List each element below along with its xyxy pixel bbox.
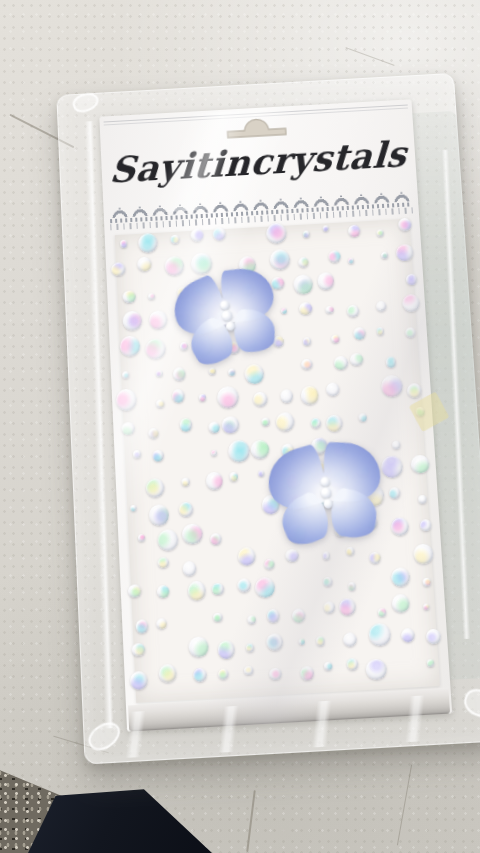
crystal-sticker	[228, 439, 251, 462]
crystal-sticker	[299, 302, 313, 316]
crystal-sticker	[323, 577, 332, 587]
crystal-sticker	[317, 272, 335, 290]
euro-slot-hang-hole	[224, 115, 289, 141]
crystal-sticker	[156, 618, 167, 629]
crystal-sticker	[149, 310, 168, 329]
crystal-sticker	[381, 455, 404, 478]
crystal-sticker	[266, 633, 284, 651]
crystal-sticker	[159, 664, 178, 683]
crystal-sticker	[145, 338, 166, 360]
crystal-sticker	[300, 666, 314, 680]
butterfly-sticker	[263, 439, 389, 547]
crystal-sticker	[413, 543, 434, 564]
crystal-sticker	[280, 389, 293, 403]
crystal-sticker	[405, 327, 416, 338]
crystal-sticker	[343, 632, 357, 647]
crystal-sticker	[348, 582, 356, 591]
crystal-sticker	[138, 533, 146, 541]
crystal-sticker	[392, 441, 401, 450]
wrap-crinkle-tuft	[70, 89, 101, 115]
crystal-sticker	[376, 327, 384, 335]
crystal-sticker	[130, 671, 149, 691]
crystal-sticker	[331, 334, 340, 343]
crystal-sticker	[172, 389, 186, 403]
crystal-sticker	[179, 418, 193, 432]
crystal-sticker	[182, 478, 191, 487]
crystal-sticker	[145, 477, 165, 497]
crystal-sticker	[157, 585, 170, 599]
crystal-sticker	[208, 421, 220, 433]
plastic-wrap: Sayitincrystals	[56, 73, 480, 765]
crystal-sticker	[115, 388, 137, 411]
crystal-sticker-package: Sayitincrystals	[56, 73, 480, 765]
crystal-sticker	[253, 391, 268, 406]
crystal-sticker	[173, 367, 186, 381]
butterfly-wing	[234, 309, 275, 352]
crystal-sticker	[353, 327, 366, 340]
crystal-sticker	[303, 337, 311, 345]
crystal-sticker	[391, 517, 409, 536]
crystal-sticker	[381, 252, 389, 260]
crystal-sticker	[381, 375, 404, 398]
brand-title: Sayitincrystals	[100, 132, 416, 191]
crystal-sticker	[348, 257, 355, 264]
crystal-sticker	[326, 305, 334, 313]
crystal-sticker	[120, 335, 141, 357]
crystal-sticker	[286, 548, 300, 562]
crystal-sticker	[378, 608, 387, 617]
crystal-sticker	[217, 386, 239, 409]
crystal-sticker	[111, 262, 125, 276]
crystal-sticker	[316, 636, 326, 646]
crystal-sticker	[311, 417, 322, 428]
crystal-sticker	[419, 519, 432, 532]
crystal-sticker	[391, 594, 410, 614]
crystal-sticker	[238, 547, 257, 566]
crystal-sticker	[422, 578, 431, 587]
crystal-sticker	[280, 307, 287, 314]
crystal-sticker	[122, 371, 130, 379]
butterfly-wing	[328, 487, 379, 541]
crystal-sticker	[298, 257, 309, 268]
crystal-sticker	[328, 250, 341, 263]
crystal-sticker	[123, 290, 136, 303]
crystal-sticker	[264, 559, 275, 570]
crystal-sticker	[338, 597, 356, 615]
crystal-sticker	[396, 244, 414, 262]
crystal-sticker	[386, 357, 397, 368]
crystal-sticker	[323, 602, 335, 615]
crystal-sticker	[326, 383, 340, 397]
crystal-sticker	[157, 529, 179, 552]
crystal-sticker	[212, 226, 226, 240]
wrap-crinkle-tuft	[84, 716, 125, 756]
crystal-sticker	[171, 235, 180, 244]
crystal-sticker	[148, 293, 155, 300]
crystal-sticker	[275, 412, 295, 432]
crystal-sticker	[346, 547, 354, 555]
crystal-sticker	[298, 639, 305, 646]
crystal-sticker	[130, 504, 137, 511]
crystal-sticker	[323, 225, 330, 232]
crystal-sticker	[427, 660, 435, 668]
crystal-sticker	[157, 557, 168, 569]
crystal-sticker	[191, 253, 213, 276]
crystal-sticker	[398, 218, 412, 232]
crystal-sticker	[267, 609, 281, 623]
crystal-sticker	[217, 640, 235, 659]
crystal-sticker	[244, 364, 265, 385]
crystal-sticker	[376, 229, 384, 237]
crystal-sticker	[375, 301, 386, 312]
crystal-sticker	[322, 551, 330, 560]
crystal-sticker	[182, 561, 197, 576]
crystal-sticker	[350, 353, 364, 367]
crystal-sticker	[405, 274, 417, 286]
crystal-sticker	[293, 274, 313, 295]
crystal-sticker	[153, 450, 164, 462]
crystal-sticker	[244, 666, 254, 676]
crystal-sticker	[164, 256, 184, 276]
crystal-sticker	[133, 450, 142, 459]
crystal-sticker	[269, 667, 282, 680]
crystal-sticker	[128, 584, 141, 598]
crystal-sticker	[222, 416, 240, 434]
crystal-sticker	[426, 629, 441, 645]
crystal-sticker	[156, 370, 163, 377]
crystal-sticker	[211, 583, 224, 596]
crystal-sticker	[182, 523, 203, 545]
crystal-sticker	[323, 661, 333, 671]
crystal-sticker	[300, 386, 319, 405]
crystal-sticker	[326, 414, 343, 432]
crystal-sticker	[270, 249, 291, 270]
crystal-sticker	[132, 643, 146, 657]
crystal-sticker	[366, 658, 387, 680]
crystal-sticker	[410, 455, 429, 474]
crystal-sticker	[213, 613, 222, 623]
crystal-sticker	[358, 414, 367, 423]
crystal-sticker	[418, 495, 427, 504]
crystal-sticker	[302, 230, 310, 238]
crystal-sticker	[148, 428, 159, 440]
crystal-sticker	[423, 604, 430, 611]
crystal-sticker	[156, 399, 165, 408]
crystal-sticker	[137, 257, 152, 272]
crystal-sticker	[148, 504, 169, 526]
crystal-sticker	[369, 623, 392, 646]
crystal-sticker	[391, 567, 411, 587]
crystal-sticker	[407, 383, 422, 398]
crystal-sticker	[190, 229, 204, 243]
crystal-sticker	[347, 305, 360, 318]
crystal-sticker	[193, 668, 208, 683]
scene: Sayitincrystals	[0, 0, 480, 853]
crystal-sticker	[262, 418, 271, 427]
crystal-sticker	[266, 222, 288, 244]
crystal-sticker	[120, 240, 128, 248]
backing-card: Sayitincrystals	[99, 99, 452, 731]
crystal-sticker	[199, 394, 206, 401]
crystal-sticker	[258, 470, 265, 477]
crystal-sticker	[187, 581, 206, 600]
crystal-sticker	[334, 355, 348, 370]
crystal-sticker	[347, 224, 360, 237]
crystal-sticker	[255, 577, 275, 598]
crystal-sticker	[210, 450, 217, 457]
crystal-sticker	[346, 657, 359, 670]
crystal-sticker	[291, 608, 305, 623]
crystal-sticker	[401, 627, 416, 642]
wrap-crinkle-tuft	[461, 685, 480, 721]
crystal-sticker	[388, 487, 400, 499]
crystal-sticker	[210, 533, 222, 545]
crystal-sticker	[301, 359, 312, 371]
crystal-sticker	[402, 294, 421, 313]
crystal-sticker	[369, 551, 381, 564]
crystal-sticker	[209, 367, 217, 375]
crystal-sticker	[188, 637, 208, 658]
crystal-sticker	[121, 422, 134, 436]
crystal-sticker	[228, 368, 236, 376]
crystal-sticker	[206, 472, 224, 490]
sticker-sheet	[115, 219, 440, 703]
crystal-sticker	[246, 644, 255, 653]
crystal-sticker	[237, 578, 251, 592]
crystal-sticker	[138, 233, 159, 254]
crystal-sticker	[229, 472, 238, 482]
crystal-sticker	[135, 620, 148, 634]
crystal-sticker	[179, 502, 194, 517]
crystal-sticker	[247, 616, 256, 625]
crystal-sticker	[218, 668, 229, 680]
crystal-sticker	[122, 310, 142, 331]
